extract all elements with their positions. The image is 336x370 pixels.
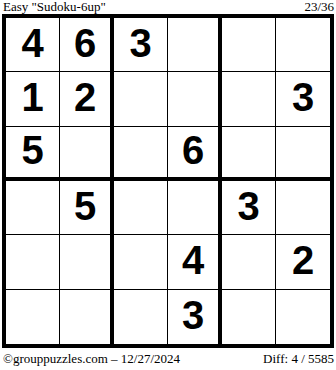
cell-r5c4-given: 4 [168,235,222,289]
cell-r3c2-empty[interactable] [60,127,114,181]
cell-r5c6-given: 2 [276,235,330,289]
cell-r1c4-empty[interactable] [168,18,222,72]
cell-r4c6-empty[interactable] [276,181,330,235]
cell-r6c2-empty[interactable] [60,290,114,344]
cell-r6c1-empty[interactable] [6,290,60,344]
page-header: Easy "Sudoku-6up" 23/36 [3,0,334,13]
progress-counter: 23/36 [304,0,334,13]
cell-r2c6-given: 3 [276,72,330,126]
cell-r2c3-empty[interactable] [114,72,168,126]
cell-r1c5-empty[interactable] [222,18,276,72]
cell-r4c4-empty[interactable] [168,181,222,235]
cell-r1c3-given: 3 [114,18,168,72]
cell-r5c1-empty[interactable] [6,235,60,289]
cell-r1c1-given: 4 [6,18,60,72]
cell-r4c5-given: 3 [222,181,276,235]
cell-r2c1-given: 1 [6,72,60,126]
cell-r6c6-empty[interactable] [276,290,330,344]
cell-r6c5-empty[interactable] [222,290,276,344]
cell-r4c2-given: 5 [60,181,114,235]
puzzle-title: Easy "Sudoku-6up" [3,0,106,13]
cell-r1c2-given: 6 [60,18,114,72]
cell-r1c6-empty[interactable] [276,18,330,72]
cell-r4c1-empty[interactable] [6,181,60,235]
cell-r2c5-empty[interactable] [222,72,276,126]
cell-r6c4-given: 3 [168,290,222,344]
cell-r4c3-empty[interactable] [114,181,168,235]
page-footer: ©grouppuzzles.com – 12/27/2024 Diff: 4 /… [3,352,334,366]
cell-r5c5-empty[interactable] [222,235,276,289]
sudoku-grid: 4631235653423 [2,14,334,348]
cell-r3c3-empty[interactable] [114,127,168,181]
cell-r6c3-empty[interactable] [114,290,168,344]
cell-r3c6-empty[interactable] [276,127,330,181]
cell-r5c2-empty[interactable] [60,235,114,289]
cell-r3c5-empty[interactable] [222,127,276,181]
cell-r3c1-given: 5 [6,127,60,181]
cell-r5c3-empty[interactable] [114,235,168,289]
copyright-date: ©grouppuzzles.com – 12/27/2024 [3,352,180,366]
cell-r2c2-given: 2 [60,72,114,126]
cell-r2c4-empty[interactable] [168,72,222,126]
difficulty-rating: Diff: 4 / 5585 [263,352,334,366]
cell-r3c4-given: 6 [168,127,222,181]
